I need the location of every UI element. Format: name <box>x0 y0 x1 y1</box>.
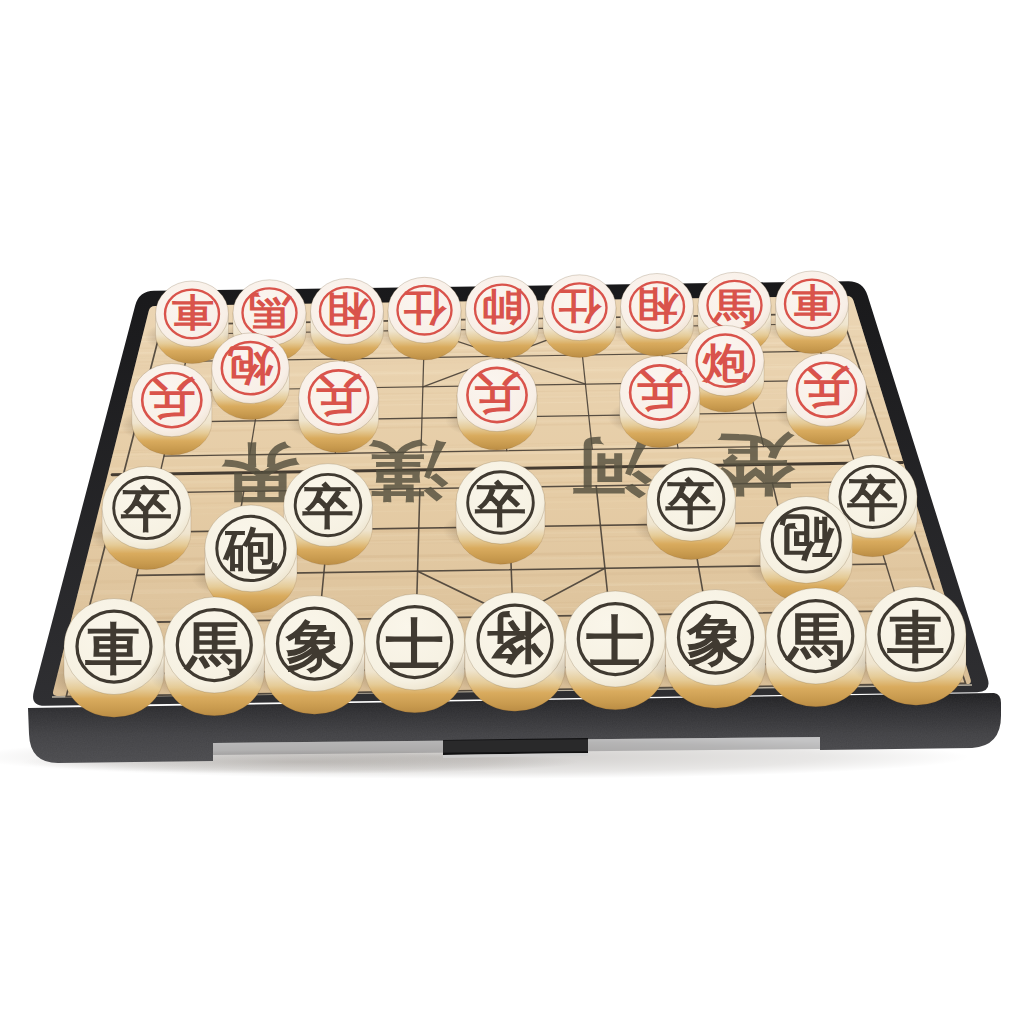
piece-character: 兵 <box>315 371 362 420</box>
piece-character: 卒 <box>475 476 526 532</box>
piece-character: 象 <box>685 607 744 672</box>
piece-character: 炮 <box>701 339 749 387</box>
piece-character: 兵 <box>474 369 521 418</box>
piece-character: 士 <box>386 612 444 677</box>
piece-character: 卒 <box>847 471 898 527</box>
piece-character: 車 <box>171 291 214 335</box>
product-photo-canvas: 界漢河楚車馬相仕帥仕相馬車炮炮兵兵兵兵兵卒卒卒卒卒砲砲車馬象士将士象馬車 <box>0 0 1024 1024</box>
pieces: 車馬相仕帥仕相馬車炮炮兵兵兵兵兵卒卒卒卒卒砲砲車馬象士将士象馬車 <box>49 271 966 717</box>
piece-character: 帥 <box>481 286 523 330</box>
piece-character: 馬 <box>183 615 243 680</box>
piece-character: 卒 <box>121 482 172 538</box>
piece-character: 兵 <box>149 374 196 423</box>
piece-character: 砲 <box>779 509 836 567</box>
piece-character: 仕 <box>558 284 602 328</box>
piece-character: 象 <box>284 613 343 678</box>
piece-character: 卒 <box>302 479 353 535</box>
piece-character: 馬 <box>711 285 755 329</box>
piece-character: 相 <box>636 283 679 327</box>
piece-character: 炮 <box>227 343 275 391</box>
piece-character: 士 <box>586 609 644 674</box>
piece-character: 車 <box>791 281 834 325</box>
river-character: 漢 <box>367 434 448 508</box>
piece-character: 仕 <box>403 287 447 331</box>
piece-character: 車 <box>85 616 143 681</box>
piece-character: 兵 <box>803 364 850 413</box>
piece-character: 車 <box>887 604 945 669</box>
piece-character: 相 <box>326 288 369 332</box>
piece-character: 馬 <box>248 289 292 333</box>
piece-character: 卒 <box>665 474 716 530</box>
piece-character: 兵 <box>636 366 683 415</box>
piece-character: 馬 <box>785 606 845 671</box>
piece-character: 砲 <box>222 521 279 579</box>
piece-character: 将 <box>486 606 546 671</box>
xiangqi-board-photo: 界漢河楚車馬相仕帥仕相馬車炮炮兵兵兵兵兵卒卒卒卒卒砲砲車馬象士将士象馬車 <box>0 0 1024 1024</box>
